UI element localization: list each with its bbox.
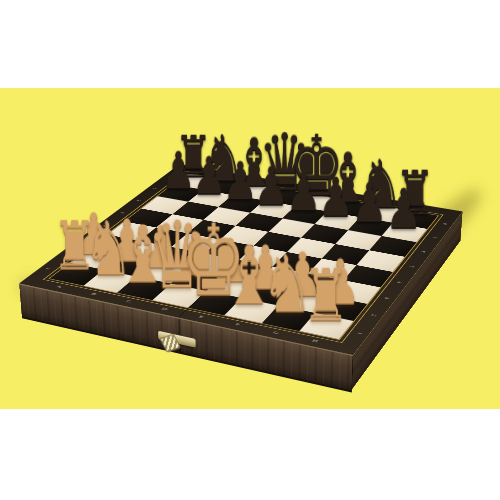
chess-board: ♜♞♝♛♚♝♞♜♟♟♟♟♟♟♟♟♟♟♟♟♟♟♟♟♜♞♝♛♚♝♞♜ ABCDEFG… (19, 164, 463, 355)
chess-scene: ♜♞♝♛♚♝♞♜♟♟♟♟♟♟♟♟♟♟♟♟♟♟♟♟♜♞♝♛♚♝♞♜ ABCDEFG… (0, 0, 500, 500)
black-pawn-icon: ♟ (364, 183, 443, 235)
brass-clasp (158, 331, 196, 348)
product-photo: ♜♞♝♛♚♝♞♜♟♟♟♟♟♟♟♟♟♟♟♟♟♟♟♟♜♞♝♛♚♝♞♜ ABCDEFG… (0, 0, 500, 500)
clasp-hook-icon (159, 334, 181, 353)
white-rook-icon: ♜ (280, 262, 372, 330)
